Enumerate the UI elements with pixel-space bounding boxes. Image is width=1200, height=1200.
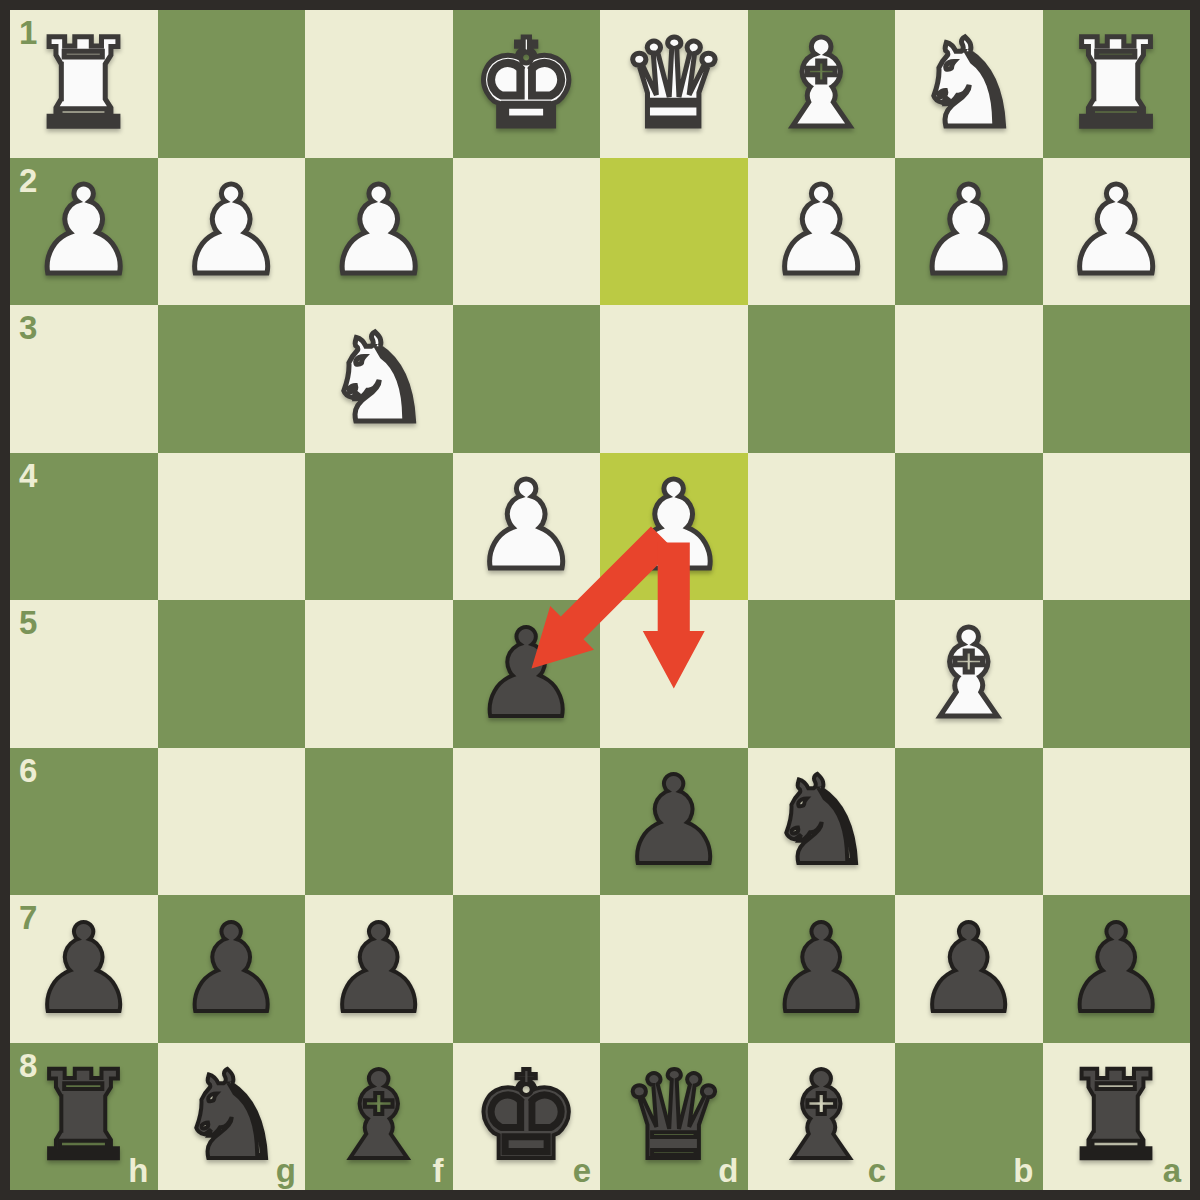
square-e8[interactable]: e♚ xyxy=(453,1043,601,1191)
black-pawn-c7[interactable]: ♟ xyxy=(767,908,876,1030)
square-c2[interactable]: ♟ xyxy=(748,158,896,306)
square-h7[interactable]: 7♟ xyxy=(10,895,158,1043)
square-e3[interactable] xyxy=(453,305,601,453)
white-pawn-g2[interactable]: ♟ xyxy=(177,170,286,292)
square-a8[interactable]: a♜ xyxy=(1043,1043,1191,1191)
white-king-e1[interactable]: ♚ xyxy=(472,23,581,145)
square-g6[interactable] xyxy=(158,748,306,896)
square-a6[interactable] xyxy=(1043,748,1191,896)
square-e5[interactable]: ♟ xyxy=(453,600,601,748)
rank-label-6: 6 xyxy=(19,754,37,787)
black-knight-c6[interactable]: ♞ xyxy=(767,760,876,882)
file-label-b: b xyxy=(1013,1154,1033,1187)
white-rook-a1[interactable]: ♜ xyxy=(1062,23,1171,145)
black-king-e8[interactable]: ♚ xyxy=(472,1055,581,1177)
square-d5[interactable] xyxy=(600,600,748,748)
square-g5[interactable] xyxy=(158,600,306,748)
black-queen-d8[interactable]: ♛ xyxy=(619,1055,728,1177)
square-b1[interactable]: ♞ xyxy=(895,10,1043,158)
white-pawn-f2[interactable]: ♟ xyxy=(324,170,433,292)
square-g4[interactable] xyxy=(158,453,306,601)
square-a4[interactable] xyxy=(1043,453,1191,601)
white-pawn-c2[interactable]: ♟ xyxy=(767,170,876,292)
file-label-f: f xyxy=(433,1154,444,1187)
black-pawn-h7[interactable]: ♟ xyxy=(29,908,138,1030)
white-pawn-h2[interactable]: ♟ xyxy=(29,170,138,292)
square-c6[interactable]: ♞ xyxy=(748,748,896,896)
square-d2[interactable] xyxy=(600,158,748,306)
square-e7[interactable] xyxy=(453,895,601,1043)
square-f4[interactable] xyxy=(305,453,453,601)
rank-label-3: 3 xyxy=(19,311,37,344)
square-g3[interactable] xyxy=(158,305,306,453)
square-b2[interactable]: ♟ xyxy=(895,158,1043,306)
square-b3[interactable] xyxy=(895,305,1043,453)
black-bishop-c8[interactable]: ♝ xyxy=(767,1055,876,1177)
black-bishop-f8[interactable]: ♝ xyxy=(324,1055,433,1177)
square-e2[interactable] xyxy=(453,158,601,306)
square-f7[interactable]: ♟ xyxy=(305,895,453,1043)
square-f5[interactable] xyxy=(305,600,453,748)
square-b4[interactable] xyxy=(895,453,1043,601)
square-a5[interactable] xyxy=(1043,600,1191,748)
square-e1[interactable]: ♚ xyxy=(453,10,601,158)
white-bishop-b5[interactable]: ♝ xyxy=(914,613,1023,735)
square-g7[interactable]: ♟ xyxy=(158,895,306,1043)
square-a7[interactable]: ♟ xyxy=(1043,895,1191,1043)
white-pawn-a2[interactable]: ♟ xyxy=(1062,170,1171,292)
black-rook-h8[interactable]: ♜ xyxy=(29,1055,138,1177)
square-h4[interactable]: 4 xyxy=(10,453,158,601)
white-rook-h1[interactable]: ♜ xyxy=(29,23,138,145)
square-d7[interactable] xyxy=(600,895,748,1043)
square-d6[interactable]: ♟ xyxy=(600,748,748,896)
square-g1[interactable] xyxy=(158,10,306,158)
square-d4[interactable]: ♟ xyxy=(600,453,748,601)
chess-board: 1♜♚♛♝♞♜2♟♟♟♟♟♟3♞4♟♟5♟♝6♟♞7♟♟♟♟♟♟8h♜g♞f♝e… xyxy=(10,10,1190,1190)
square-f6[interactable] xyxy=(305,748,453,896)
square-c8[interactable]: c♝ xyxy=(748,1043,896,1191)
white-queen-d1[interactable]: ♛ xyxy=(619,23,728,145)
square-f8[interactable]: f♝ xyxy=(305,1043,453,1191)
square-d3[interactable] xyxy=(600,305,748,453)
black-pawn-b7[interactable]: ♟ xyxy=(914,908,1023,1030)
square-b8[interactable]: b xyxy=(895,1043,1043,1191)
square-c3[interactable] xyxy=(748,305,896,453)
square-b6[interactable] xyxy=(895,748,1043,896)
square-c1[interactable]: ♝ xyxy=(748,10,896,158)
square-d8[interactable]: d♛ xyxy=(600,1043,748,1191)
square-g2[interactable]: ♟ xyxy=(158,158,306,306)
square-f3[interactable]: ♞ xyxy=(305,305,453,453)
square-c4[interactable] xyxy=(748,453,896,601)
black-pawn-g7[interactable]: ♟ xyxy=(177,908,286,1030)
square-h3[interactable]: 3 xyxy=(10,305,158,453)
black-pawn-d6[interactable]: ♟ xyxy=(619,760,728,882)
rank-label-4: 4 xyxy=(19,459,37,492)
square-a1[interactable]: ♜ xyxy=(1043,10,1191,158)
rank-label-5: 5 xyxy=(19,606,37,639)
square-a2[interactable]: ♟ xyxy=(1043,158,1191,306)
square-c7[interactable]: ♟ xyxy=(748,895,896,1043)
square-h6[interactable]: 6 xyxy=(10,748,158,896)
square-a3[interactable] xyxy=(1043,305,1191,453)
board-frame: 1♜♚♛♝♞♜2♟♟♟♟♟♟3♞4♟♟5♟♝6♟♞7♟♟♟♟♟♟8h♜g♞f♝e… xyxy=(10,10,1190,1190)
square-h8[interactable]: 8h♜ xyxy=(10,1043,158,1191)
black-pawn-a7[interactable]: ♟ xyxy=(1062,908,1171,1030)
white-pawn-d4[interactable]: ♟ xyxy=(619,465,728,587)
white-knight-b1[interactable]: ♞ xyxy=(914,23,1023,145)
square-g8[interactable]: g♞ xyxy=(158,1043,306,1191)
square-b7[interactable]: ♟ xyxy=(895,895,1043,1043)
square-d1[interactable]: ♛ xyxy=(600,10,748,158)
square-e6[interactable] xyxy=(453,748,601,896)
white-knight-f3[interactable]: ♞ xyxy=(324,318,433,440)
square-e4[interactable]: ♟ xyxy=(453,453,601,601)
square-c5[interactable] xyxy=(748,600,896,748)
black-pawn-f7[interactable]: ♟ xyxy=(324,908,433,1030)
square-f2[interactable]: ♟ xyxy=(305,158,453,306)
black-pawn-e5[interactable]: ♟ xyxy=(472,613,581,735)
square-b5[interactable]: ♝ xyxy=(895,600,1043,748)
black-knight-g8[interactable]: ♞ xyxy=(177,1055,286,1177)
white-pawn-b2[interactable]: ♟ xyxy=(914,170,1023,292)
white-bishop-c1[interactable]: ♝ xyxy=(767,23,876,145)
square-h5[interactable]: 5 xyxy=(10,600,158,748)
square-f1[interactable] xyxy=(305,10,453,158)
black-rook-a8[interactable]: ♜ xyxy=(1062,1055,1171,1177)
square-h2[interactable]: 2♟ xyxy=(10,158,158,306)
square-h1[interactable]: 1♜ xyxy=(10,10,158,158)
white-pawn-e4[interactable]: ♟ xyxy=(472,465,581,587)
